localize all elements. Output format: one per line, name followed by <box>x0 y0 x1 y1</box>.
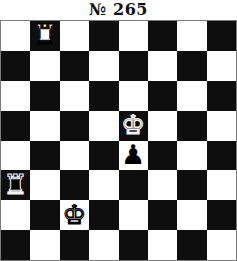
square-g3 <box>177 170 206 200</box>
square-d3 <box>89 170 118 200</box>
square-e5: ♚ <box>119 111 148 141</box>
square-c5 <box>60 111 89 141</box>
square-h1 <box>207 230 236 260</box>
square-h7 <box>207 51 236 81</box>
square-c8 <box>60 21 89 51</box>
square-b1 <box>30 230 59 260</box>
square-c2: ♚ <box>60 200 89 230</box>
square-g4 <box>177 141 206 171</box>
square-f4 <box>148 141 177 171</box>
square-c7 <box>60 51 89 81</box>
square-h5 <box>207 111 236 141</box>
square-e7 <box>119 51 148 81</box>
square-e4: ♟ <box>119 141 148 171</box>
square-b8: ♜ <box>30 21 59 51</box>
square-c1 <box>60 230 89 260</box>
black-rook: ♜ <box>4 171 28 198</box>
square-a8 <box>1 21 30 51</box>
square-f2 <box>148 200 177 230</box>
square-a6 <box>1 81 30 111</box>
square-f7 <box>148 51 177 81</box>
square-e2 <box>119 200 148 230</box>
square-b5 <box>30 111 59 141</box>
chess-diagram-page: № 265 ♜♚♟♜♚ <box>0 0 237 261</box>
square-e6 <box>119 81 148 111</box>
black-pawn: ♟ <box>121 141 145 168</box>
square-f3 <box>148 170 177 200</box>
square-g5 <box>177 111 206 141</box>
square-h4 <box>207 141 236 171</box>
square-d5 <box>89 111 118 141</box>
square-e1 <box>119 230 148 260</box>
square-f8 <box>148 21 177 51</box>
square-g1 <box>177 230 206 260</box>
square-h8 <box>207 21 236 51</box>
square-a4 <box>1 141 30 171</box>
square-e8 <box>119 21 148 51</box>
square-b7 <box>30 51 59 81</box>
square-a2 <box>1 200 30 230</box>
square-f5 <box>148 111 177 141</box>
square-d2 <box>89 200 118 230</box>
square-f6 <box>148 81 177 111</box>
square-b6 <box>30 81 59 111</box>
square-d8 <box>89 21 118 51</box>
square-c4 <box>60 141 89 171</box>
puzzle-number-title: № 265 <box>0 0 237 20</box>
square-h6 <box>207 81 236 111</box>
square-a7 <box>1 51 30 81</box>
chess-board: ♜♚♟♜♚ <box>0 20 237 261</box>
square-g6 <box>177 81 206 111</box>
square-b4 <box>30 141 59 171</box>
square-b3 <box>30 170 59 200</box>
square-h3 <box>207 170 236 200</box>
square-d7 <box>89 51 118 81</box>
square-g8 <box>177 21 206 51</box>
white-king: ♚ <box>62 201 86 228</box>
square-d6 <box>89 81 118 111</box>
square-f1 <box>148 230 177 260</box>
square-a3: ♜ <box>1 170 30 200</box>
square-c3 <box>60 170 89 200</box>
square-a1 <box>1 230 30 260</box>
square-b2 <box>30 200 59 230</box>
square-c6 <box>60 81 89 111</box>
square-d1 <box>89 230 118 260</box>
black-king: ♚ <box>121 111 145 138</box>
white-rook: ♜ <box>33 21 57 48</box>
square-d4 <box>89 141 118 171</box>
square-h2 <box>207 200 236 230</box>
square-g2 <box>177 200 206 230</box>
square-g7 <box>177 51 206 81</box>
square-e3 <box>119 170 148 200</box>
square-a5 <box>1 111 30 141</box>
